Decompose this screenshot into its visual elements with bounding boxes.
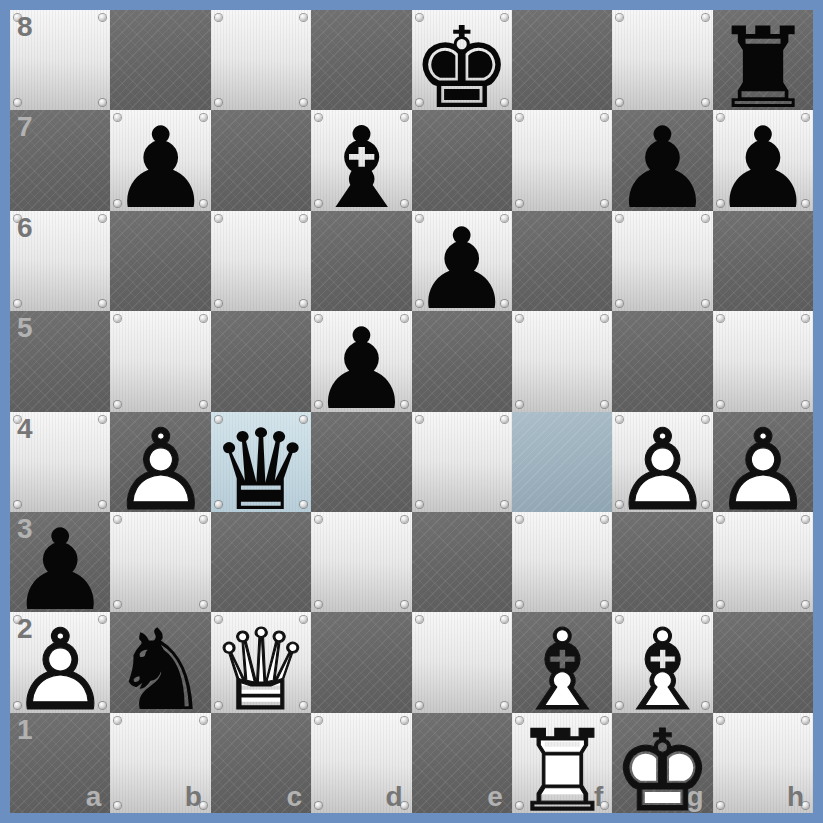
square-g2[interactable]: ♝♗ [612,612,712,712]
screw-icon [14,99,21,106]
square-f4[interactable] [512,412,612,512]
black-pawn[interactable]: ♟ [110,110,210,210]
square-g8[interactable] [612,10,712,110]
black-queen-glyph: ♛ [211,414,311,512]
white-rook-outline: ♖ [512,715,612,813]
square-b4[interactable]: ♟♙ [110,412,210,512]
screw-icon [315,516,322,523]
white-bishop[interactable]: ♝♗ [612,612,712,712]
square-h8[interactable]: ♜ [713,10,813,110]
screw-icon [702,300,709,307]
white-king-outline: ♔ [612,715,712,813]
square-a2[interactable]: 2♟♙ [10,612,110,712]
screw-icon [99,215,106,222]
square-e7[interactable] [412,110,512,210]
screw-icon [501,616,508,623]
screw-icon [200,315,207,322]
screw-icon [717,401,724,408]
square-h3[interactable] [713,512,813,612]
screw-icon [14,300,21,307]
square-d8[interactable] [311,10,411,110]
screw-icon [702,215,709,222]
black-rook-glyph: ♜ [713,12,813,110]
screw-icon [114,802,121,809]
screw-icon [215,14,222,21]
square-c4[interactable]: ♛ [211,412,311,512]
screw-icon [200,601,207,608]
screw-icon [300,99,307,106]
square-f2[interactable]: ♝♗ [512,612,612,712]
square-a8[interactable]: 8 [10,10,110,110]
screw-icon [717,601,724,608]
screw-icon [601,401,608,408]
black-pawn-glyph: ♟ [713,112,813,210]
screw-icon [416,616,423,623]
square-h7[interactable]: ♟ [713,110,813,210]
screw-icon [516,516,523,523]
screw-icon [516,401,523,408]
screw-icon [516,114,523,121]
square-d5[interactable]: ♟ [311,311,411,411]
black-bishop[interactable]: ♝ [311,110,411,210]
square-d3[interactable] [311,512,411,612]
black-knight-glyph: ♞ [110,614,210,712]
square-a7[interactable]: 7 [10,110,110,210]
square-c6[interactable] [211,211,311,311]
black-queen[interactable]: ♛ [211,412,311,512]
square-b1[interactable]: b [110,713,210,813]
square-d6[interactable] [311,211,411,311]
chess-board: 8♚♜7♟♝♟♟6♟5♟4♟♙♛♟♙♟♙3♟2♟♙♞♛♕♝♗♝♗1abcdef♜… [0,0,823,823]
square-f6[interactable] [512,211,612,311]
white-pawn[interactable]: ♟♙ [110,412,210,512]
screw-icon [802,717,809,724]
screw-icon [717,802,724,809]
screw-icon [702,14,709,21]
black-king-glyph: ♚ [412,12,512,110]
white-pawn-outline: ♙ [110,414,210,512]
square-d7[interactable]: ♝ [311,110,411,210]
screw-icon [717,315,724,322]
rank-label-5: 5 [17,314,33,342]
square-h2[interactable] [713,612,813,712]
square-e2[interactable] [412,612,512,712]
screw-icon [416,416,423,423]
file-label-b: b [185,783,202,811]
black-pawn[interactable]: ♟ [612,110,712,210]
square-h6[interactable] [713,211,813,311]
screw-icon [401,717,408,724]
black-knight[interactable]: ♞ [110,612,210,712]
square-c7[interactable] [211,110,311,210]
screw-icon [99,14,106,21]
square-b2[interactable]: ♞ [110,612,210,712]
square-a1[interactable]: 1a [10,713,110,813]
white-pawn-outline: ♙ [612,414,712,512]
black-pawn[interactable]: ♟ [412,211,512,311]
screw-icon [99,99,106,106]
screw-icon [601,516,608,523]
file-label-c: c [287,783,303,811]
square-d2[interactable] [311,612,411,712]
screw-icon [200,717,207,724]
square-a4[interactable]: 4 [10,412,110,512]
screw-icon [99,300,106,307]
square-g1[interactable]: g♚♔ [612,713,712,813]
screw-icon [200,516,207,523]
white-bishop-outline: ♗ [612,614,712,712]
square-f7[interactable] [512,110,612,210]
square-a5[interactable]: 5 [10,311,110,411]
square-h4[interactable]: ♟♙ [713,412,813,512]
square-f8[interactable] [512,10,612,110]
screw-icon [516,601,523,608]
square-a3[interactable]: 3♟ [10,512,110,612]
black-pawn-glyph: ♟ [612,112,712,210]
white-pawn[interactable]: ♟♙ [10,612,110,712]
black-pawn-glyph: ♟ [10,514,110,612]
white-queen[interactable]: ♛♕ [211,612,311,712]
screw-icon [315,802,322,809]
square-c1[interactable]: c [211,713,311,813]
screw-icon [215,215,222,222]
square-d1[interactable]: d [311,713,411,813]
screw-icon [601,114,608,121]
square-b6[interactable] [110,211,210,311]
screw-icon [616,99,623,106]
square-e6[interactable]: ♟ [412,211,512,311]
square-e8[interactable]: ♚ [412,10,512,110]
file-label-d: d [385,783,402,811]
screw-icon [802,401,809,408]
square-a6[interactable]: 6 [10,211,110,311]
white-pawn-outline: ♙ [713,414,813,512]
black-rook[interactable]: ♜ [713,10,813,110]
white-pawn[interactable]: ♟♙ [713,412,813,512]
square-h5[interactable] [713,311,813,411]
white-pawn-outline: ♙ [10,614,110,712]
screw-icon [601,315,608,322]
white-bishop-outline: ♗ [512,614,612,712]
screw-icon [416,501,423,508]
screw-icon [516,315,523,322]
square-d4[interactable] [311,412,411,512]
square-c8[interactable] [211,10,311,110]
screw-icon [802,516,809,523]
screw-icon [300,215,307,222]
screw-icon [802,315,809,322]
square-c2[interactable]: ♛♕ [211,612,311,712]
screw-icon [99,501,106,508]
square-b5[interactable] [110,311,210,411]
square-h1[interactable]: h [713,713,813,813]
black-pawn-glyph: ♟ [311,313,411,411]
square-b3[interactable] [110,512,210,612]
square-g5[interactable] [612,311,712,411]
screw-icon [702,99,709,106]
screw-icon [616,300,623,307]
square-g4[interactable]: ♟♙ [612,412,712,512]
black-pawn[interactable]: ♟ [10,512,110,612]
square-f3[interactable] [512,512,612,612]
screw-icon [300,14,307,21]
screw-icon [717,516,724,523]
square-b8[interactable] [110,10,210,110]
black-pawn-glyph: ♟ [110,112,210,210]
screw-icon [114,717,121,724]
screw-icon [114,601,121,608]
black-bishop-glyph: ♝ [311,112,411,210]
square-c5[interactable] [211,311,311,411]
square-e1[interactable]: e [412,713,512,813]
square-e3[interactable] [412,512,512,612]
screw-icon [616,215,623,222]
black-pawn[interactable]: ♟ [713,110,813,210]
screw-icon [401,516,408,523]
screw-icon [114,315,121,322]
screw-icon [14,501,21,508]
square-e5[interactable] [412,311,512,411]
screw-icon [601,200,608,207]
screw-icon [215,99,222,106]
screw-icon [401,601,408,608]
rank-label-4: 4 [17,415,33,443]
white-rook[interactable]: ♜♖ [512,713,612,813]
screw-icon [516,200,523,207]
white-queen-outline: ♕ [211,614,311,712]
screw-icon [315,601,322,608]
file-label-e: e [487,783,503,811]
screw-icon [99,416,106,423]
screw-icon [215,300,222,307]
square-f1[interactable]: f♜♖ [512,713,612,813]
square-g7[interactable]: ♟ [612,110,712,210]
screw-icon [501,416,508,423]
screw-icon [300,300,307,307]
screw-icon [315,717,322,724]
screw-icon [114,401,121,408]
rank-label-1: 1 [17,716,33,744]
square-f5[interactable] [512,311,612,411]
black-pawn[interactable]: ♟ [311,311,411,411]
screw-icon [114,516,121,523]
rank-label-8: 8 [17,13,33,41]
rank-label-7: 7 [17,113,33,141]
screw-icon [616,14,623,21]
screw-icon [501,702,508,709]
black-king[interactable]: ♚ [412,10,512,110]
square-b7[interactable]: ♟ [110,110,210,210]
file-label-h: h [787,783,804,811]
square-g6[interactable] [612,211,712,311]
white-king[interactable]: ♚♔ [612,713,712,813]
screw-icon [601,601,608,608]
black-pawn-glyph: ♟ [412,213,512,311]
file-label-a: a [86,783,102,811]
screw-icon [200,401,207,408]
square-g3[interactable] [612,512,712,612]
square-e4[interactable] [412,412,512,512]
screw-icon [802,601,809,608]
screw-icon [501,501,508,508]
screw-icon [416,702,423,709]
white-bishop[interactable]: ♝♗ [512,612,612,712]
rank-label-6: 6 [17,214,33,242]
screw-icon [717,717,724,724]
white-pawn[interactable]: ♟♙ [612,412,712,512]
square-c3[interactable] [211,512,311,612]
